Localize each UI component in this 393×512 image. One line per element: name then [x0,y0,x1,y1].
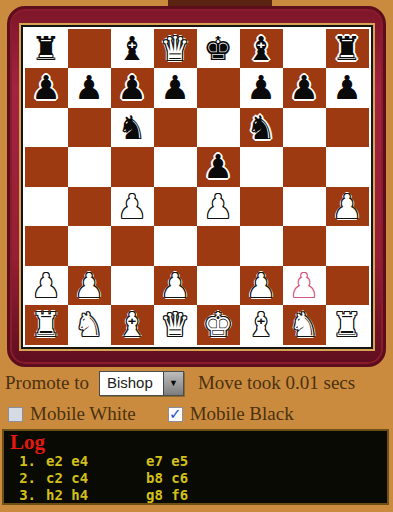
square-c7[interactable]: ♟ [111,68,154,108]
black-pawn-d7: ♟ [160,68,190,107]
square-b4[interactable] [68,187,111,227]
square-h5[interactable] [326,147,369,187]
black-knight-c6: ♞ [117,108,147,147]
square-h7[interactable]: ♟ [326,68,369,108]
log-panel: Log 1. e2 e4 e7 e5 2. c2 c4 b8 c6 3. h2 … [2,429,389,505]
square-b5[interactable] [68,147,111,187]
square-e6[interactable] [197,108,240,148]
mobile-white-checkbox[interactable] [8,407,23,422]
square-c3[interactable] [111,226,154,266]
square-f4[interactable] [240,187,283,227]
app-background: { "game": "chess", "position": { "fen": … [0,0,393,512]
square-b1[interactable]: ♞ [68,305,111,345]
square-b6[interactable] [68,108,111,148]
white-pawn-c4: ♟ [117,187,147,226]
promotion-value: Bishop [100,372,163,395]
square-g8[interactable] [283,29,326,69]
square-f5[interactable] [240,147,283,187]
log-move-line: 3. h2 h4 g8 f6 [4,487,387,504]
square-d5[interactable] [154,147,197,187]
white-pawn-a2: ♟ [31,266,61,305]
square-g7[interactable]: ♟ [283,68,326,108]
white-move: h2 h4 [46,487,110,504]
square-b2[interactable]: ♟ [68,266,111,306]
square-g6[interactable] [283,108,326,148]
square-c6[interactable]: ♞ [111,108,154,148]
square-d6[interactable] [154,108,197,148]
black-pawn-f7: ♟ [246,68,276,107]
white-rook-a1: ♜ [31,305,61,344]
black-pawn-c7: ♟ [117,68,147,107]
square-h8[interactable]: ♜ [326,29,369,69]
black-king-e8: ♚ [203,29,233,68]
square-c4[interactable]: ♟ [111,187,154,227]
white-queen-d1: ♛ [160,305,190,344]
square-b3[interactable] [68,226,111,266]
square-g5[interactable] [283,147,326,187]
move-number: 2. [12,470,36,487]
square-c8[interactable]: ♝ [111,29,154,69]
square-g4[interactable] [283,187,326,227]
square-f8[interactable]: ♝ [240,29,283,69]
square-e7[interactable] [197,68,240,108]
square-g1[interactable]: ♞ [283,305,326,345]
square-h3[interactable] [326,226,369,266]
move-number: 1. [12,453,36,470]
black-pawn-e5: ♟ [203,147,233,186]
controls-panel: Promote to Bishop ▼ Move took 0.01 secs … [0,370,393,428]
white-pawn-b2: ♟ [74,266,104,305]
board-border: ♜♝♛♚♝♜♟♟♟♟♟♟♟♞♞♟♟♟♟♟♟♟♟♟♜♞♝♛♚♝♞♜ [21,25,373,349]
square-g2[interactable]: ♟ [283,266,326,306]
white-queen-d8: ♛ [160,29,190,68]
chevron-down-icon: ▼ [169,378,178,388]
square-a6[interactable] [25,108,68,148]
white-king-e1: ♚ [203,305,233,344]
white-pawn-e4: ♟ [203,187,233,226]
chess-board: ♜♝♛♚♝♜♟♟♟♟♟♟♟♞♞♟♟♟♟♟♟♟♟♟♜♞♝♛♚♝♞♜ [25,29,369,345]
square-a1[interactable]: ♜ [25,305,68,345]
mobile-white-label: Mobile White [30,403,136,425]
square-c1[interactable]: ♝ [111,305,154,345]
square-e3[interactable] [197,226,240,266]
black-pawn-a7: ♟ [31,68,61,107]
square-g3[interactable] [283,226,326,266]
square-d1[interactable]: ♛ [154,305,197,345]
gold-trim: ♜♝♛♚♝♜♟♟♟♟♟♟♟♞♞♟♟♟♟♟♟♟♟♟♜♞♝♛♚♝♞♜ [19,23,375,351]
square-e8[interactable]: ♚ [197,29,240,69]
square-e5[interactable]: ♟ [197,147,240,187]
white-pawn-g2: ♟ [289,266,319,305]
square-d8[interactable]: ♛ [154,29,197,69]
mobile-black-label: Mobile Black [190,403,294,425]
move-time-text: Move took 0.01 secs [198,372,355,394]
square-a7[interactable]: ♟ [25,68,68,108]
square-e1[interactable]: ♚ [197,305,240,345]
white-knight-b1: ♞ [74,305,104,344]
square-f6[interactable]: ♞ [240,108,283,148]
square-a4[interactable] [25,187,68,227]
black-move: b8 c6 [146,470,188,487]
white-pawn-f2: ♟ [246,266,276,305]
black-pawn-g7: ♟ [289,68,319,107]
square-h6[interactable] [326,108,369,148]
square-a2[interactable]: ♟ [25,266,68,306]
square-d2[interactable]: ♟ [154,266,197,306]
black-move: e7 e5 [146,453,188,470]
white-knight-g1: ♞ [289,305,319,344]
black-move: g8 f6 [146,487,188,504]
promote-label: Promote to [5,372,89,394]
square-h2[interactable] [326,266,369,306]
mobile-options-row: Mobile White ✓ Mobile Black [0,400,393,428]
dropdown-arrow-button[interactable]: ▼ [163,372,183,395]
black-bishop-f8: ♝ [246,29,276,68]
log-move-line: 2. c2 c4 b8 c6 [4,470,387,487]
square-f2[interactable]: ♟ [240,266,283,306]
white-pawn-h4: ♟ [332,187,362,226]
square-d3[interactable] [154,226,197,266]
square-a5[interactable] [25,147,68,187]
square-a3[interactable] [25,226,68,266]
square-d4[interactable] [154,187,197,227]
square-a8[interactable]: ♜ [25,29,68,69]
square-e2[interactable] [197,266,240,306]
white-pawn-d2: ♟ [160,266,190,305]
square-c5[interactable] [111,147,154,187]
square-e4[interactable]: ♟ [197,187,240,227]
log-move-line: 1. e2 e4 e7 e5 [4,453,387,470]
white-bishop-f1: ♝ [246,305,276,344]
move-number: 3. [12,487,36,504]
black-rook-a8: ♜ [31,29,61,68]
square-f3[interactable] [240,226,283,266]
black-rook-h8: ♜ [332,29,362,68]
square-d7[interactable]: ♟ [154,68,197,108]
square-b7[interactable]: ♟ [68,68,111,108]
white-move: c2 c4 [46,470,110,487]
square-h4[interactable]: ♟ [326,187,369,227]
board-frame: ♜♝♛♚♝♜♟♟♟♟♟♟♟♞♞♟♟♟♟♟♟♟♟♟♜♞♝♛♚♝♞♜ [7,6,386,367]
white-bishop-c1: ♝ [117,305,147,344]
promotion-dropdown[interactable]: Bishop ▼ [99,371,184,396]
black-knight-f6: ♞ [246,108,276,147]
black-pawn-h7: ♟ [332,68,362,107]
black-pawn-b7: ♟ [74,68,104,107]
black-bishop-c8: ♝ [117,29,147,68]
promotion-row: Promote to Bishop ▼ Move took 0.01 secs [0,370,393,396]
check-icon: ✓ [169,408,182,421]
square-f7[interactable]: ♟ [240,68,283,108]
square-h1[interactable]: ♜ [326,305,369,345]
square-b8[interactable] [68,29,111,69]
square-c2[interactable] [111,266,154,306]
white-rook-h1: ♜ [332,305,362,344]
square-f1[interactable]: ♝ [240,305,283,345]
white-move: e2 e4 [46,453,110,470]
mobile-black-checkbox[interactable]: ✓ [168,407,183,422]
log-title: Log [4,431,387,453]
